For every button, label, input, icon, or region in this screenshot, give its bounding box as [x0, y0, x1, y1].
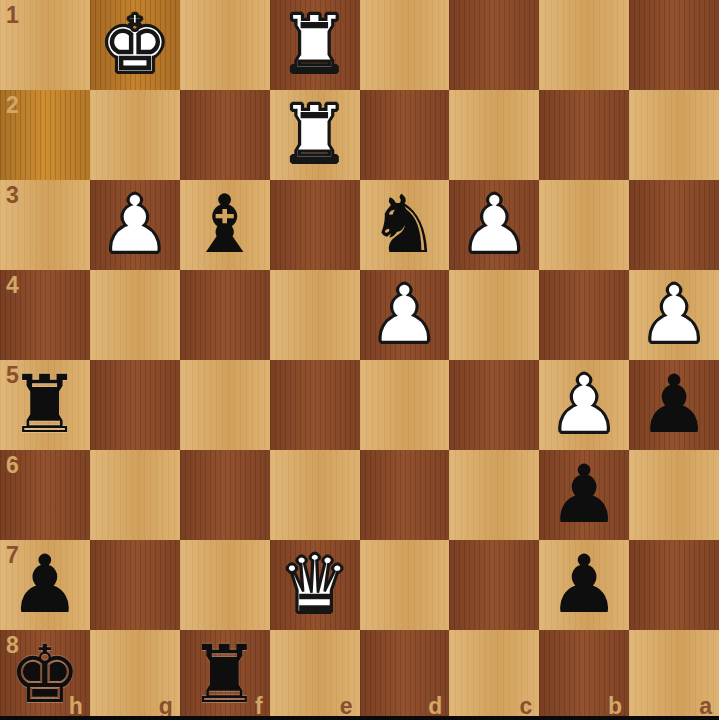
white-pawn[interactable]: ♟	[360, 270, 450, 360]
square-f6[interactable]	[180, 450, 270, 540]
rank-label-1: 1	[6, 2, 19, 29]
square-b3[interactable]	[539, 180, 629, 270]
square-e5[interactable]	[270, 360, 360, 450]
square-c5[interactable]	[449, 360, 539, 450]
board-bottom-edge	[0, 716, 719, 720]
square-b6[interactable]: ♟	[539, 450, 629, 540]
white-rook[interactable]: ♜	[270, 90, 360, 180]
square-e2[interactable]: ♜	[270, 90, 360, 180]
square-e1[interactable]: ♜	[270, 0, 360, 90]
square-h3[interactable]: 3	[0, 180, 90, 270]
white-pawn[interactable]: ♟	[629, 270, 719, 360]
square-c7[interactable]	[449, 540, 539, 630]
square-g2[interactable]	[90, 90, 180, 180]
square-d7[interactable]	[360, 540, 450, 630]
white-rook[interactable]: ♜	[270, 0, 360, 90]
square-b8[interactable]: b	[539, 630, 629, 720]
square-d4[interactable]: ♟	[360, 270, 450, 360]
square-h8[interactable]: 8h♚	[0, 630, 90, 720]
square-a8[interactable]: a	[629, 630, 719, 720]
square-b5[interactable]: ♟	[539, 360, 629, 450]
rank-label-2: 2	[6, 92, 19, 119]
square-g8[interactable]: g	[90, 630, 180, 720]
black-bishop[interactable]: ♝	[180, 180, 270, 270]
square-a6[interactable]	[629, 450, 719, 540]
square-f3[interactable]: ♝	[180, 180, 270, 270]
square-h6[interactable]: 6	[0, 450, 90, 540]
square-e4[interactable]	[270, 270, 360, 360]
square-g7[interactable]	[90, 540, 180, 630]
square-a2[interactable]	[629, 90, 719, 180]
chess-board-window: 1♚♜2♜3♟♝♞♟4♟♟5♜♟♟6♟7♟♛♟8h♚gf♜edcba	[0, 0, 719, 720]
square-e8[interactable]: e	[270, 630, 360, 720]
square-e3[interactable]	[270, 180, 360, 270]
white-king[interactable]: ♚	[90, 0, 180, 90]
rank-label-3: 3	[6, 182, 19, 209]
square-g3[interactable]: ♟	[90, 180, 180, 270]
square-d6[interactable]	[360, 450, 450, 540]
square-a7[interactable]	[629, 540, 719, 630]
square-c8[interactable]: c	[449, 630, 539, 720]
square-b4[interactable]	[539, 270, 629, 360]
square-c1[interactable]	[449, 0, 539, 90]
white-pawn[interactable]: ♟	[90, 180, 180, 270]
square-b7[interactable]: ♟	[539, 540, 629, 630]
black-king[interactable]: ♚	[0, 630, 90, 720]
square-g6[interactable]	[90, 450, 180, 540]
square-f5[interactable]	[180, 360, 270, 450]
white-pawn[interactable]: ♟	[539, 360, 629, 450]
square-a1[interactable]	[629, 0, 719, 90]
square-a3[interactable]	[629, 180, 719, 270]
black-pawn[interactable]: ♟	[0, 540, 90, 630]
square-a5[interactable]: ♟	[629, 360, 719, 450]
chess-board: 1♚♜2♜3♟♝♞♟4♟♟5♜♟♟6♟7♟♛♟8h♚gf♜edcba	[0, 0, 719, 720]
square-h2[interactable]: 2	[0, 90, 90, 180]
square-f1[interactable]	[180, 0, 270, 90]
square-d3[interactable]: ♞	[360, 180, 450, 270]
white-queen[interactable]: ♛	[270, 540, 360, 630]
rank-label-4: 4	[6, 272, 19, 299]
square-c3[interactable]: ♟	[449, 180, 539, 270]
square-d2[interactable]	[360, 90, 450, 180]
square-b1[interactable]	[539, 0, 629, 90]
square-a4[interactable]: ♟	[629, 270, 719, 360]
black-rook[interactable]: ♜	[180, 630, 270, 720]
black-knight[interactable]: ♞	[360, 180, 450, 270]
square-e7[interactable]: ♛	[270, 540, 360, 630]
square-g1[interactable]: ♚	[90, 0, 180, 90]
square-g5[interactable]	[90, 360, 180, 450]
square-f4[interactable]	[180, 270, 270, 360]
square-d1[interactable]	[360, 0, 450, 90]
black-pawn[interactable]: ♟	[629, 360, 719, 450]
black-pawn[interactable]: ♟	[539, 450, 629, 540]
square-h1[interactable]: 1	[0, 0, 90, 90]
square-c2[interactable]	[449, 90, 539, 180]
square-f7[interactable]	[180, 540, 270, 630]
square-d5[interactable]	[360, 360, 450, 450]
square-e6[interactable]	[270, 450, 360, 540]
black-rook[interactable]: ♜	[0, 360, 90, 450]
square-f8[interactable]: f♜	[180, 630, 270, 720]
rank-label-6: 6	[6, 452, 19, 479]
white-pawn[interactable]: ♟	[449, 180, 539, 270]
square-d8[interactable]: d	[360, 630, 450, 720]
square-h5[interactable]: 5♜	[0, 360, 90, 450]
square-h4[interactable]: 4	[0, 270, 90, 360]
square-b2[interactable]	[539, 90, 629, 180]
square-c4[interactable]	[449, 270, 539, 360]
black-pawn[interactable]: ♟	[539, 540, 629, 630]
square-c6[interactable]	[449, 450, 539, 540]
square-g4[interactable]	[90, 270, 180, 360]
square-h7[interactable]: 7♟	[0, 540, 90, 630]
square-f2[interactable]	[180, 90, 270, 180]
